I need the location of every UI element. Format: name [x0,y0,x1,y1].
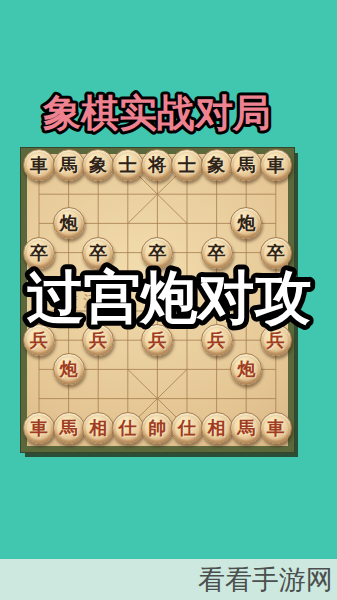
watermark-bar: 看看手游网 [0,559,337,600]
piece-character: 車 [267,156,285,174]
piece-character: 車 [267,419,285,437]
title-banner: 象棋实战对局 [0,84,337,142]
piece-red-c8r8[interactable]: 炮 [230,353,262,385]
piece-character: 相 [208,419,226,437]
piece-red-c2r8[interactable]: 炮 [53,353,85,385]
watermark-text: 看看手游网 [198,562,333,598]
piece-black-c4r1[interactable]: 士 [112,149,144,181]
piece-character: 将 [148,156,166,174]
piece-black-c2r1[interactable]: 馬 [53,149,85,181]
piece-character: 炮 [237,214,255,232]
page-title: 象棋实战对局 [42,91,271,135]
piece-character: 士 [178,156,196,174]
piece-red-c1r10[interactable]: 車 [23,412,55,444]
piece-black-c9r1[interactable]: 車 [260,149,292,181]
piece-character: 仕 [119,419,137,437]
piece-black-c1r1[interactable]: 車 [23,149,55,181]
piece-character: 士 [119,156,137,174]
piece-character: 炮 [60,214,78,232]
piece-black-c3r1[interactable]: 象 [82,149,114,181]
piece-red-c3r10[interactable]: 相 [82,412,114,444]
piece-character: 象 [208,156,226,174]
piece-character: 相 [89,419,107,437]
piece-character: 馬 [237,156,255,174]
piece-black-c8r1[interactable]: 馬 [230,149,262,181]
piece-character: 帥 [148,419,166,437]
piece-character: 象 [89,156,107,174]
piece-red-c4r10[interactable]: 仕 [112,412,144,444]
piece-character: 炮 [237,360,255,378]
piece-red-c7r10[interactable]: 相 [201,412,233,444]
piece-character: 馬 [60,156,78,174]
overlay-text: 过宫炮对攻 [27,264,312,330]
overlay-caption: 过宫炮对攻 [0,250,337,345]
piece-red-c2r10[interactable]: 馬 [53,412,85,444]
piece-black-c5r1[interactable]: 将 [141,149,173,181]
piece-black-c6r1[interactable]: 士 [171,149,203,181]
piece-character: 仕 [178,419,196,437]
piece-black-c7r1[interactable]: 象 [201,149,233,181]
piece-character: 車 [30,419,48,437]
piece-red-c9r10[interactable]: 車 [260,412,292,444]
piece-character: 馬 [237,419,255,437]
piece-black-c8r3[interactable]: 炮 [230,207,262,239]
piece-red-c8r10[interactable]: 馬 [230,412,262,444]
piece-character: 炮 [60,360,78,378]
piece-red-c6r10[interactable]: 仕 [171,412,203,444]
piece-black-c2r3[interactable]: 炮 [53,207,85,239]
piece-red-c5r10[interactable]: 帥 [141,412,173,444]
piece-character: 車 [30,156,48,174]
page-background: { "game": "xiangqi", "position": { "fen"… [0,0,337,600]
piece-character: 馬 [60,419,78,437]
